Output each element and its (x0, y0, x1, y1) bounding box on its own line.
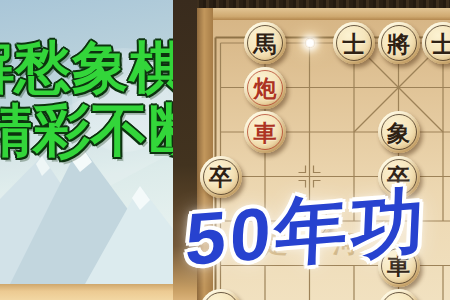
piece-unknown-partial[interactable] (378, 289, 420, 300)
piece-glyph: 士 (432, 32, 450, 55)
piece-glyph: 將 (387, 32, 410, 55)
board-frame-top (173, 0, 450, 8)
piece-black-士[interactable]: 士 (422, 22, 450, 64)
piece-glyph: 士 (343, 32, 366, 55)
last-move-marker (305, 38, 315, 48)
piece-red-車[interactable]: 車 (244, 111, 286, 153)
piece-black-象[interactable]: 象 (378, 111, 420, 153)
piece-unknown-partial[interactable] (200, 289, 242, 300)
board-bevel-top (197, 8, 450, 20)
piece-glyph: 象 (387, 121, 410, 144)
piece-black-卒[interactable]: 卒 (200, 156, 242, 198)
piece-glyph: 炮 (254, 76, 277, 99)
piece-glyph: 馬 (254, 32, 277, 55)
piece-black-將[interactable]: 將 (378, 22, 420, 64)
piece-red-炮[interactable]: 炮 (244, 67, 286, 109)
piece-glyph: 車 (254, 121, 277, 144)
tagline-line2: 精彩不断 (0, 102, 173, 159)
caption-50-years: 50年功 (184, 183, 430, 276)
piece-black-士[interactable]: 士 (333, 22, 375, 64)
piece-black-馬[interactable]: 馬 (244, 22, 286, 64)
piece-glyph: 卒 (209, 165, 232, 188)
tagline-line1: 解愁象棋 (0, 40, 173, 96)
table-surface-strip (0, 284, 173, 300)
promo-panel: 解愁象棋 精彩不断 (0, 0, 173, 284)
